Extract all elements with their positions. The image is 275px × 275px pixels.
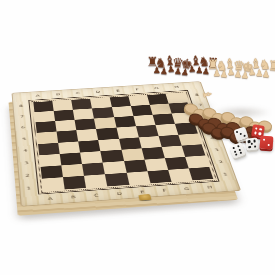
coord-label: 3 — [214, 148, 219, 152]
die-pip — [255, 127, 258, 130]
coord-label: B — [71, 195, 76, 199]
coord-label: D — [96, 90, 101, 93]
product-photo-chess-set: ABCDEFGH ABCDEFGH 87654321 87654321 ♜♞♝♛… — [0, 0, 275, 275]
die-pip — [259, 132, 262, 135]
chess-piece: ♟ — [248, 68, 256, 77]
board-cell — [126, 171, 150, 185]
coord-label: 2 — [26, 173, 30, 177]
chess-piece: ♟ — [262, 70, 270, 78]
die-pip — [268, 144, 270, 146]
coord-label: 8 — [195, 93, 200, 96]
die-pip — [243, 134, 246, 137]
coord-label: F — [162, 188, 167, 192]
coord-label: 2 — [219, 160, 224, 164]
coord-label: C — [94, 193, 99, 197]
coord-label: A — [36, 94, 40, 97]
coord-label: G — [154, 87, 159, 90]
coord-label: H — [207, 185, 213, 189]
coord-label: A — [48, 197, 53, 201]
coord-label: 5 — [22, 137, 26, 141]
coord-label: C — [76, 92, 80, 95]
die-pip — [235, 153, 238, 156]
die-pip — [259, 128, 262, 131]
coord-label: B — [56, 93, 60, 96]
light-chess-pieces: ♜♞♝♛♚♝♞♜ ♟♟♟♟♟♟♟♟ ♝ — [207, 58, 275, 77]
board-cell — [105, 173, 129, 187]
coord-label: 3 — [24, 161, 28, 165]
coord-label: 7 — [20, 115, 24, 118]
coord-label: G — [184, 187, 190, 191]
chess-piece: ♟ — [188, 65, 196, 74]
coord-label: 1 — [27, 186, 31, 190]
coord-label: 1 — [223, 173, 228, 177]
coord-label: F — [135, 88, 139, 91]
die-pip — [248, 146, 251, 149]
die-pip — [254, 132, 257, 135]
coord-label: H — [174, 85, 179, 88]
board-cell — [42, 177, 65, 191]
coord-label: 6 — [21, 126, 25, 129]
coord-label: 4 — [23, 149, 27, 153]
coord-label: 8 — [19, 104, 23, 107]
coord-label: D — [117, 192, 123, 196]
die-pip — [263, 138, 265, 140]
die-pip — [254, 145, 257, 148]
coord-label: E — [116, 89, 120, 92]
red-die-showing-2 — [260, 136, 274, 150]
die-pip — [253, 140, 256, 143]
board-cell — [189, 167, 214, 180]
board-cell — [84, 174, 107, 188]
brass-clasp — [138, 194, 151, 201]
board-cell — [63, 176, 86, 190]
die-pip — [236, 131, 239, 134]
die-pip — [240, 133, 243, 136]
white-die-showing-5 — [245, 137, 258, 150]
die-pip — [239, 151, 242, 154]
